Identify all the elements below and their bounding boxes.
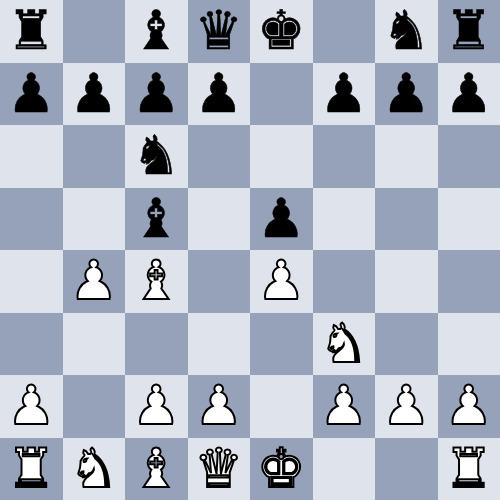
square-e7[interactable] [250, 63, 313, 126]
square-d3[interactable] [188, 313, 251, 376]
square-h7[interactable]: ♟ [438, 63, 500, 126]
piece-white-knight[interactable]: ♞ [70, 442, 118, 496]
square-f5[interactable] [313, 188, 376, 251]
piece-black-pawn[interactable]: ♟ [132, 67, 180, 121]
square-a5[interactable] [0, 188, 63, 251]
square-b2[interactable] [63, 375, 126, 438]
square-a6[interactable] [0, 125, 63, 188]
piece-white-knight[interactable]: ♞ [320, 317, 368, 371]
piece-black-rook[interactable]: ♜ [7, 4, 55, 58]
square-b6[interactable] [63, 125, 126, 188]
square-g2[interactable]: ♟ [375, 375, 438, 438]
square-d8[interactable]: ♛ [188, 0, 251, 63]
piece-white-king[interactable]: ♚ [257, 442, 305, 496]
square-g3[interactable] [375, 313, 438, 376]
square-e5[interactable]: ♟ [250, 188, 313, 251]
square-c3[interactable] [125, 313, 188, 376]
square-h5[interactable] [438, 188, 500, 251]
square-g5[interactable] [375, 188, 438, 251]
square-g7[interactable]: ♟ [375, 63, 438, 126]
square-f6[interactable] [313, 125, 376, 188]
piece-black-pawn[interactable]: ♟ [257, 192, 305, 246]
piece-black-bishop[interactable]: ♝ [132, 4, 180, 58]
piece-white-pawn[interactable]: ♟ [132, 379, 180, 433]
square-b7[interactable]: ♟ [63, 63, 126, 126]
square-c5[interactable]: ♝ [125, 188, 188, 251]
square-c4[interactable]: ♝ [125, 250, 188, 313]
square-h4[interactable] [438, 250, 500, 313]
piece-black-rook[interactable]: ♜ [445, 4, 493, 58]
square-f4[interactable] [313, 250, 376, 313]
piece-white-bishop[interactable]: ♝ [132, 442, 180, 496]
square-c7[interactable]: ♟ [125, 63, 188, 126]
square-f7[interactable]: ♟ [313, 63, 376, 126]
square-g1[interactable] [375, 438, 438, 500]
square-c2[interactable]: ♟ [125, 375, 188, 438]
piece-black-knight[interactable]: ♞ [132, 129, 180, 183]
square-c1[interactable]: ♝ [125, 438, 188, 500]
square-d6[interactable] [188, 125, 251, 188]
square-e2[interactable] [250, 375, 313, 438]
piece-white-bishop[interactable]: ♝ [132, 254, 180, 308]
piece-black-bishop[interactable]: ♝ [132, 192, 180, 246]
square-b3[interactable] [63, 313, 126, 376]
square-g4[interactable] [375, 250, 438, 313]
square-b4[interactable]: ♟ [63, 250, 126, 313]
piece-black-pawn[interactable]: ♟ [320, 67, 368, 121]
square-a8[interactable]: ♜ [0, 0, 63, 63]
square-f3[interactable]: ♞ [313, 313, 376, 376]
square-b8[interactable] [63, 0, 126, 63]
square-e8[interactable]: ♚ [250, 0, 313, 63]
piece-white-pawn[interactable]: ♟ [257, 254, 305, 308]
piece-black-queen[interactable]: ♛ [195, 4, 243, 58]
square-h3[interactable] [438, 313, 500, 376]
piece-white-pawn[interactable]: ♟ [7, 379, 55, 433]
square-a2[interactable]: ♟ [0, 375, 63, 438]
square-a4[interactable] [0, 250, 63, 313]
square-g8[interactable]: ♞ [375, 0, 438, 63]
piece-black-pawn[interactable]: ♟ [70, 67, 118, 121]
piece-white-pawn[interactable]: ♟ [320, 379, 368, 433]
square-f8[interactable] [313, 0, 376, 63]
piece-black-pawn[interactable]: ♟ [382, 67, 430, 121]
piece-black-king[interactable]: ♚ [257, 4, 305, 58]
square-a1[interactable]: ♜ [0, 438, 63, 500]
square-e4[interactable]: ♟ [250, 250, 313, 313]
square-h2[interactable]: ♟ [438, 375, 500, 438]
piece-white-rook[interactable]: ♜ [445, 442, 493, 496]
square-f2[interactable]: ♟ [313, 375, 376, 438]
square-b5[interactable] [63, 188, 126, 251]
piece-black-pawn[interactable]: ♟ [445, 67, 493, 121]
square-g6[interactable] [375, 125, 438, 188]
piece-white-pawn[interactable]: ♟ [195, 379, 243, 433]
chess-board: ♜♝♛♚♞♜♟♟♟♟♟♟♟♞♝♟♟♝♟♞♟♟♟♟♟♟♜♞♝♛♚♜ [0, 0, 500, 500]
square-b1[interactable]: ♞ [63, 438, 126, 500]
square-f1[interactable] [313, 438, 376, 500]
piece-white-pawn[interactable]: ♟ [382, 379, 430, 433]
piece-black-pawn[interactable]: ♟ [195, 67, 243, 121]
square-e6[interactable] [250, 125, 313, 188]
square-c8[interactable]: ♝ [125, 0, 188, 63]
square-a3[interactable] [0, 313, 63, 376]
square-d1[interactable]: ♛ [188, 438, 251, 500]
piece-white-pawn[interactable]: ♟ [70, 254, 118, 308]
piece-black-pawn[interactable]: ♟ [7, 67, 55, 121]
piece-white-rook[interactable]: ♜ [7, 442, 55, 496]
square-d2[interactable]: ♟ [188, 375, 251, 438]
square-d7[interactable]: ♟ [188, 63, 251, 126]
square-h1[interactable]: ♜ [438, 438, 500, 500]
piece-black-knight[interactable]: ♞ [382, 4, 430, 58]
square-h8[interactable]: ♜ [438, 0, 500, 63]
square-c6[interactable]: ♞ [125, 125, 188, 188]
square-e3[interactable] [250, 313, 313, 376]
piece-white-pawn[interactable]: ♟ [445, 379, 493, 433]
square-e1[interactable]: ♚ [250, 438, 313, 500]
piece-white-queen[interactable]: ♛ [195, 442, 243, 496]
square-d4[interactable] [188, 250, 251, 313]
square-h6[interactable] [438, 125, 500, 188]
square-a7[interactable]: ♟ [0, 63, 63, 126]
square-d5[interactable] [188, 188, 251, 251]
